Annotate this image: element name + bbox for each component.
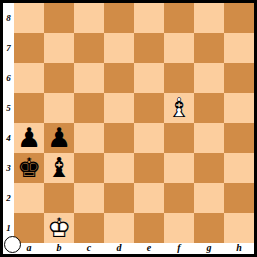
square-a2[interactable] xyxy=(14,183,44,213)
rank-label-7: 7 xyxy=(3,33,14,63)
square-b5[interactable] xyxy=(44,93,74,123)
black-pawn-glyph: ♟ xyxy=(14,123,44,153)
square-h4[interactable] xyxy=(224,123,254,153)
square-e8[interactable] xyxy=(134,3,164,33)
square-a3[interactable]: ♚ xyxy=(14,153,44,183)
square-f1[interactable] xyxy=(164,213,194,243)
square-g7[interactable] xyxy=(194,33,224,63)
square-h3[interactable] xyxy=(224,153,254,183)
square-d6[interactable] xyxy=(104,63,134,93)
rank-label-3: 3 xyxy=(3,153,14,183)
file-label-h: h xyxy=(224,243,254,254)
white-king-outline-glyph: ♔ xyxy=(44,213,74,243)
rank-label-8: 8 xyxy=(3,3,14,33)
square-f5[interactable]: ♝♗ xyxy=(164,93,194,123)
square-h8[interactable] xyxy=(224,3,254,33)
square-d8[interactable] xyxy=(104,3,134,33)
square-d2[interactable] xyxy=(104,183,134,213)
square-a8[interactable] xyxy=(14,3,44,33)
square-e6[interactable] xyxy=(134,63,164,93)
white-king-icon[interactable]: ♚♔ xyxy=(44,213,74,243)
file-label-f: f xyxy=(164,243,194,254)
square-c5[interactable] xyxy=(74,93,104,123)
square-d1[interactable] xyxy=(104,213,134,243)
black-pawn-icon[interactable]: ♟ xyxy=(44,123,74,153)
black-pawn-icon[interactable]: ♟ xyxy=(14,123,44,153)
rank-label-5: 5 xyxy=(3,93,14,123)
square-e2[interactable] xyxy=(134,183,164,213)
square-b1[interactable]: ♚♔ xyxy=(44,213,74,243)
square-d3[interactable] xyxy=(104,153,134,183)
square-f2[interactable] xyxy=(164,183,194,213)
square-f4[interactable] xyxy=(164,123,194,153)
square-h2[interactable] xyxy=(224,183,254,213)
square-c6[interactable] xyxy=(74,63,104,93)
square-b2[interactable] xyxy=(44,183,74,213)
square-a4[interactable]: ♟ xyxy=(14,123,44,153)
square-c3[interactable] xyxy=(74,153,104,183)
square-h7[interactable] xyxy=(224,33,254,63)
square-a5[interactable] xyxy=(14,93,44,123)
square-f7[interactable] xyxy=(164,33,194,63)
file-label-g: g xyxy=(194,243,224,254)
square-c1[interactable] xyxy=(74,213,104,243)
square-d5[interactable] xyxy=(104,93,134,123)
square-f3[interactable] xyxy=(164,153,194,183)
square-g2[interactable] xyxy=(194,183,224,213)
black-bishop-icon[interactable]: ♝ xyxy=(44,153,74,183)
square-h1[interactable] xyxy=(224,213,254,243)
square-d7[interactable] xyxy=(104,33,134,63)
rank-label-4: 4 xyxy=(3,123,14,153)
square-e7[interactable] xyxy=(134,33,164,63)
square-h5[interactable] xyxy=(224,93,254,123)
file-label-b: b xyxy=(44,243,74,254)
black-king-icon[interactable]: ♚ xyxy=(14,153,44,183)
square-b8[interactable] xyxy=(44,3,74,33)
square-c4[interactable] xyxy=(74,123,104,153)
rank-label-2: 2 xyxy=(3,183,14,213)
chess-diagram: ♝♗♟♟♚♝♚♔ 87654321 abcdefgh xyxy=(0,0,257,257)
square-f6[interactable] xyxy=(164,63,194,93)
square-g3[interactable] xyxy=(194,153,224,183)
side-to-move-indicator xyxy=(4,236,21,253)
file-label-c: c xyxy=(74,243,104,254)
square-d4[interactable] xyxy=(104,123,134,153)
square-h6[interactable] xyxy=(224,63,254,93)
chess-board: ♝♗♟♟♚♝♚♔ xyxy=(14,3,254,243)
file-label-d: d xyxy=(104,243,134,254)
black-pawn-glyph: ♟ xyxy=(44,123,74,153)
square-g4[interactable] xyxy=(194,123,224,153)
square-a7[interactable] xyxy=(14,33,44,63)
square-e4[interactable] xyxy=(134,123,164,153)
rank-labels: 87654321 xyxy=(3,3,14,243)
square-b4[interactable]: ♟ xyxy=(44,123,74,153)
square-b3[interactable]: ♝ xyxy=(44,153,74,183)
square-g8[interactable] xyxy=(194,3,224,33)
square-e5[interactable] xyxy=(134,93,164,123)
square-a6[interactable] xyxy=(14,63,44,93)
white-bishop-icon[interactable]: ♝♗ xyxy=(164,93,194,123)
file-label-e: e xyxy=(134,243,164,254)
square-c8[interactable] xyxy=(74,3,104,33)
square-g6[interactable] xyxy=(194,63,224,93)
square-e1[interactable] xyxy=(134,213,164,243)
square-b7[interactable] xyxy=(44,33,74,63)
square-c2[interactable] xyxy=(74,183,104,213)
square-g5[interactable] xyxy=(194,93,224,123)
file-labels: abcdefgh xyxy=(14,243,254,254)
black-king-glyph: ♚ xyxy=(14,153,44,183)
square-e3[interactable] xyxy=(134,153,164,183)
white-bishop-outline-glyph: ♗ xyxy=(164,93,194,123)
black-bishop-glyph: ♝ xyxy=(44,153,74,183)
square-g1[interactable] xyxy=(194,213,224,243)
square-c7[interactable] xyxy=(74,33,104,63)
square-b6[interactable] xyxy=(44,63,74,93)
square-f8[interactable] xyxy=(164,3,194,33)
rank-label-6: 6 xyxy=(3,63,14,93)
